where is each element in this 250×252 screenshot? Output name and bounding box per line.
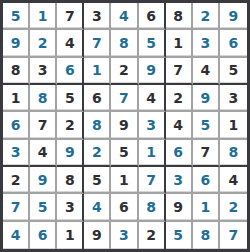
cell-r1c7[interactable]: 8 [166, 3, 193, 30]
cell-r6c7[interactable]: 6 [166, 140, 193, 167]
cell-r2c4[interactable]: 7 [84, 30, 111, 57]
cell-r1c1[interactable]: 5 [3, 3, 30, 30]
cell-r7c1[interactable]: 2 [3, 167, 30, 194]
cell-r8c5[interactable]: 6 [111, 194, 138, 221]
cell-r3c4[interactable]: 1 [84, 58, 111, 85]
cell-r1c2[interactable]: 1 [30, 3, 57, 30]
cell-r2c1[interactable]: 9 [3, 30, 30, 57]
cell-r6c8[interactable]: 7 [193, 140, 220, 167]
cell-r2c9[interactable]: 6 [220, 30, 247, 57]
cell-r9c3[interactable]: 1 [57, 222, 84, 249]
cell-r1c5[interactable]: 4 [111, 3, 138, 30]
cell-r5c2[interactable]: 7 [30, 112, 57, 139]
cell-r4c8[interactable]: 9 [193, 85, 220, 112]
cell-r8c7[interactable]: 9 [166, 194, 193, 221]
cell-r8c8[interactable]: 1 [193, 194, 220, 221]
cell-r8c3[interactable]: 3 [57, 194, 84, 221]
cell-r5c7[interactable]: 4 [166, 112, 193, 139]
cell-r9c5[interactable]: 3 [111, 222, 138, 249]
cell-r2c8[interactable]: 3 [193, 30, 220, 57]
cell-r6c1[interactable]: 3 [3, 140, 30, 167]
cell-r9c4[interactable]: 9 [84, 222, 111, 249]
cell-r3c9[interactable]: 5 [220, 58, 247, 85]
cell-r5c9[interactable]: 1 [220, 112, 247, 139]
cell-r3c1[interactable]: 8 [3, 58, 30, 85]
cell-r8c9[interactable]: 2 [220, 194, 247, 221]
cell-r8c6[interactable]: 8 [139, 194, 166, 221]
cell-r7c2[interactable]: 9 [30, 167, 57, 194]
cell-r7c7[interactable]: 3 [166, 167, 193, 194]
cell-r3c3[interactable]: 6 [57, 58, 84, 85]
cell-r1c9[interactable]: 9 [220, 3, 247, 30]
cell-r9c8[interactable]: 8 [193, 222, 220, 249]
cell-r6c6[interactable]: 1 [139, 140, 166, 167]
cell-r5c5[interactable]: 9 [111, 112, 138, 139]
cell-r7c6[interactable]: 7 [139, 167, 166, 194]
cell-r4c7[interactable]: 2 [166, 85, 193, 112]
cell-r7c9[interactable]: 4 [220, 167, 247, 194]
cell-r6c5[interactable]: 5 [111, 140, 138, 167]
cell-r9c2[interactable]: 6 [30, 222, 57, 249]
cell-r5c1[interactable]: 6 [3, 112, 30, 139]
cell-r3c8[interactable]: 4 [193, 58, 220, 85]
cell-r4c5[interactable]: 7 [111, 85, 138, 112]
cell-r2c3[interactable]: 4 [57, 30, 84, 57]
cell-r3c6[interactable]: 9 [139, 58, 166, 85]
cell-r5c6[interactable]: 3 [139, 112, 166, 139]
cell-r2c2[interactable]: 2 [30, 30, 57, 57]
cell-r5c3[interactable]: 2 [57, 112, 84, 139]
cell-r6c4[interactable]: 2 [84, 140, 111, 167]
cell-r2c6[interactable]: 5 [139, 30, 166, 57]
cell-r1c8[interactable]: 2 [193, 3, 220, 30]
cell-r4c3[interactable]: 5 [57, 85, 84, 112]
cell-r8c4[interactable]: 4 [84, 194, 111, 221]
cell-r3c5[interactable]: 2 [111, 58, 138, 85]
cell-r6c9[interactable]: 8 [220, 140, 247, 167]
cell-r5c8[interactable]: 5 [193, 112, 220, 139]
cell-r4c4[interactable]: 6 [84, 85, 111, 112]
cell-r1c4[interactable]: 3 [84, 3, 111, 30]
cell-r3c2[interactable]: 3 [30, 58, 57, 85]
cell-r5c4[interactable]: 8 [84, 112, 111, 139]
cell-r7c3[interactable]: 8 [57, 167, 84, 194]
cell-r8c2[interactable]: 5 [30, 194, 57, 221]
cell-r1c3[interactable]: 7 [57, 3, 84, 30]
sudoku-board: 5173468299247851368361297451856742936728… [0, 0, 250, 252]
cell-r4c2[interactable]: 8 [30, 85, 57, 112]
cell-r7c8[interactable]: 6 [193, 167, 220, 194]
cell-r8c1[interactable]: 7 [3, 194, 30, 221]
cell-r3c7[interactable]: 7 [166, 58, 193, 85]
cell-r6c2[interactable]: 4 [30, 140, 57, 167]
cell-r9c6[interactable]: 2 [139, 222, 166, 249]
cell-r4c1[interactable]: 1 [3, 85, 30, 112]
cell-r4c9[interactable]: 3 [220, 85, 247, 112]
cell-r9c1[interactable]: 4 [3, 222, 30, 249]
cell-r7c4[interactable]: 5 [84, 167, 111, 194]
cell-r1c6[interactable]: 6 [139, 3, 166, 30]
cell-r2c7[interactable]: 1 [166, 30, 193, 57]
cell-r4c6[interactable]: 4 [139, 85, 166, 112]
cell-r2c5[interactable]: 8 [111, 30, 138, 57]
cell-r9c7[interactable]: 5 [166, 222, 193, 249]
cell-r6c3[interactable]: 9 [57, 140, 84, 167]
cell-r7c5[interactable]: 1 [111, 167, 138, 194]
cell-r9c9[interactable]: 7 [220, 222, 247, 249]
